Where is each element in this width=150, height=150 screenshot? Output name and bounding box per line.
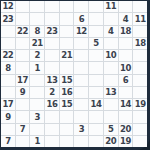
clue-number: 7 <box>20 125 25 134</box>
clue-number: 18 <box>120 27 131 36</box>
clue-number: 16 <box>61 88 72 97</box>
cell-r12c9[interactable]: 19 <box>119 136 133 147</box>
clue-number: 6 <box>79 15 84 24</box>
cell-r10c7[interactable] <box>89 111 103 122</box>
cell-r2c4[interactable] <box>45 13 59 24</box>
cell-r11c10[interactable] <box>133 124 147 135</box>
cell-r8c9[interactable] <box>119 87 133 98</box>
cell-r7c2[interactable]: 17 <box>16 75 30 86</box>
cell-r6c10[interactable] <box>133 62 147 73</box>
cell-r9c10[interactable]: 19 <box>133 99 147 110</box>
clue-number: 10 <box>105 51 116 60</box>
clue-number: 7 <box>5 137 10 146</box>
cell-r6c3[interactable]: 1 <box>30 62 44 73</box>
cell-r2c10[interactable]: 11 <box>133 13 147 24</box>
cell-r5c9[interactable] <box>119 50 133 61</box>
cell-r4c3[interactable]: 21 <box>30 38 44 49</box>
clue-number: 13 <box>105 88 116 97</box>
cell-r4c4[interactable] <box>45 38 59 49</box>
clue-number: 5 <box>108 125 113 134</box>
clue-number: 20 <box>120 125 131 134</box>
cell-r4c9[interactable] <box>119 38 133 49</box>
cell-r6c2[interactable] <box>16 62 30 73</box>
clue-number: 11 <box>135 15 146 24</box>
cell-r6c8[interactable] <box>104 62 118 73</box>
numberlink-board: 1211236411228231241821518222211081101713… <box>1 1 147 147</box>
cell-r9c5[interactable]: 15 <box>60 99 74 110</box>
cell-r7c9[interactable]: 6 <box>119 75 133 86</box>
cell-r4c10[interactable]: 18 <box>133 38 147 49</box>
cell-r5c5[interactable]: 21 <box>60 50 74 61</box>
cell-r12c8[interactable]: 20 <box>104 136 118 147</box>
cell-r1c1[interactable]: 12 <box>1 1 15 12</box>
cell-r2c6[interactable]: 6 <box>74 13 88 24</box>
clue-number: 11 <box>105 2 116 11</box>
cell-r1c3[interactable] <box>30 1 44 12</box>
cell-r6c6[interactable] <box>74 62 88 73</box>
cell-r3c6[interactable]: 12 <box>74 26 88 37</box>
cell-r5c10[interactable] <box>133 50 147 61</box>
clue-number: 8 <box>35 27 40 36</box>
cell-r1c8[interactable]: 11 <box>104 1 118 12</box>
clue-number: 17 <box>17 76 28 85</box>
cell-r6c9[interactable]: 10 <box>119 62 133 73</box>
cell-r3c7[interactable] <box>89 26 103 37</box>
cell-r10c9[interactable] <box>119 111 133 122</box>
cell-r10c4[interactable] <box>45 111 59 122</box>
clue-number: 21 <box>61 51 72 60</box>
cell-r10c2[interactable] <box>16 111 30 122</box>
cell-r4c6[interactable] <box>74 38 88 49</box>
clue-number: 19 <box>120 137 131 146</box>
clue-number: 9 <box>20 88 25 97</box>
clue-number: 1 <box>35 137 40 146</box>
cell-r4c1[interactable] <box>1 38 15 49</box>
clue-number: 3 <box>79 125 84 134</box>
cell-r12c4[interactable] <box>45 136 59 147</box>
cell-r12c3[interactable]: 1 <box>30 136 44 147</box>
clue-number: 15 <box>61 100 72 109</box>
clue-number: 2 <box>35 51 40 60</box>
cell-r8c3[interactable] <box>30 87 44 98</box>
cell-r7c5[interactable]: 15 <box>60 75 74 86</box>
cell-r12c2[interactable] <box>16 136 30 147</box>
cell-r9c7[interactable]: 14 <box>89 99 103 110</box>
clue-number: 17 <box>2 100 13 109</box>
cell-r5c1[interactable]: 22 <box>1 50 15 61</box>
clue-number: 4 <box>123 15 128 24</box>
cell-r7c8[interactable] <box>104 75 118 86</box>
clue-number: 6 <box>123 76 128 85</box>
cell-r3c8[interactable]: 4 <box>104 26 118 37</box>
cell-r9c9[interactable]: 14 <box>119 99 133 110</box>
cell-r3c10[interactable] <box>133 26 147 37</box>
cell-r5c7[interactable] <box>89 50 103 61</box>
cell-r12c7[interactable] <box>89 136 103 147</box>
cell-r11c2[interactable]: 7 <box>16 124 30 135</box>
clue-number: 12 <box>76 27 87 36</box>
cell-r10c1[interactable]: 9 <box>1 111 15 122</box>
cell-r9c3[interactable] <box>30 99 44 110</box>
cell-r10c5[interactable] <box>60 111 74 122</box>
cell-r2c9[interactable]: 4 <box>119 13 133 24</box>
clue-number: 10 <box>120 64 131 73</box>
cell-r6c4[interactable] <box>45 62 59 73</box>
clue-number: 8 <box>5 64 10 73</box>
cell-r3c5[interactable] <box>60 26 74 37</box>
cell-r5c3[interactable]: 2 <box>30 50 44 61</box>
cell-r3c1[interactable] <box>1 26 15 37</box>
clue-number: 14 <box>120 100 131 109</box>
cell-r12c10[interactable] <box>133 136 147 147</box>
cell-r7c6[interactable] <box>74 75 88 86</box>
clue-number: 9 <box>5 113 10 122</box>
cell-r4c8[interactable] <box>104 38 118 49</box>
clue-number: 23 <box>2 15 13 24</box>
clue-number: 12 <box>2 2 13 11</box>
cell-r9c4[interactable]: 16 <box>45 99 59 110</box>
clue-number: 5 <box>93 39 98 48</box>
clue-number: 4 <box>108 27 113 36</box>
cell-r1c10[interactable] <box>133 1 147 12</box>
board-frame: 1211236411228231241821518222211081101713… <box>0 0 150 150</box>
cell-r5c2[interactable] <box>16 50 30 61</box>
clue-number: 14 <box>91 100 102 109</box>
clue-number: 22 <box>2 51 13 60</box>
clue-number: 15 <box>61 76 72 85</box>
cell-r8c10[interactable] <box>133 87 147 98</box>
cell-r11c4[interactable] <box>45 124 59 135</box>
cell-r11c5[interactable] <box>60 124 74 135</box>
cell-r5c8[interactable]: 10 <box>104 50 118 61</box>
clue-number: 20 <box>105 137 116 146</box>
cell-r7c7[interactable] <box>89 75 103 86</box>
cell-r5c6[interactable] <box>74 50 88 61</box>
clue-number: 23 <box>47 27 58 36</box>
cell-r3c3[interactable]: 8 <box>30 26 44 37</box>
cell-r9c8[interactable] <box>104 99 118 110</box>
cell-r11c7[interactable] <box>89 124 103 135</box>
clue-number: 1 <box>35 64 40 73</box>
cell-r1c6[interactable] <box>74 1 88 12</box>
cell-r4c5[interactable] <box>60 38 74 49</box>
cell-r4c2[interactable] <box>16 38 30 49</box>
cell-r2c2[interactable] <box>16 13 30 24</box>
cell-r5c4[interactable] <box>45 50 59 61</box>
cell-r2c5[interactable] <box>60 13 74 24</box>
cell-r3c9[interactable]: 18 <box>119 26 133 37</box>
cell-r1c4[interactable] <box>45 1 59 12</box>
cell-r7c10[interactable] <box>133 75 147 86</box>
cell-r8c7[interactable] <box>89 87 103 98</box>
clue-number: 13 <box>47 76 58 85</box>
cell-r1c7[interactable] <box>89 1 103 12</box>
clue-number: 16 <box>47 100 58 109</box>
cell-r12c1[interactable]: 7 <box>1 136 15 147</box>
cell-r8c8[interactable]: 13 <box>104 87 118 98</box>
clue-number: 18 <box>135 39 146 48</box>
cell-r8c2[interactable]: 9 <box>16 87 30 98</box>
cell-r3c4[interactable]: 23 <box>45 26 59 37</box>
cell-r1c9[interactable] <box>119 1 133 12</box>
cell-r1c5[interactable] <box>60 1 74 12</box>
cell-r7c1[interactable] <box>1 75 15 86</box>
cell-r9c6[interactable] <box>74 99 88 110</box>
cell-r10c6[interactable] <box>74 111 88 122</box>
cell-r6c1[interactable]: 8 <box>1 62 15 73</box>
cell-r10c3[interactable]: 3 <box>30 111 44 122</box>
cell-r10c8[interactable] <box>104 111 118 122</box>
cell-r11c1[interactable] <box>1 124 15 135</box>
cell-r2c1[interactable]: 23 <box>1 13 15 24</box>
cell-r8c5[interactable]: 16 <box>60 87 74 98</box>
cell-r12c5[interactable] <box>60 136 74 147</box>
cell-r8c6[interactable] <box>74 87 88 98</box>
cell-r6c7[interactable] <box>89 62 103 73</box>
cell-r9c1[interactable]: 17 <box>1 99 15 110</box>
cell-r6c5[interactable] <box>60 62 74 73</box>
cell-r2c7[interactable] <box>89 13 103 24</box>
cell-r7c3[interactable] <box>30 75 44 86</box>
cell-r10c10[interactable] <box>133 111 147 122</box>
cell-r2c3[interactable] <box>30 13 44 24</box>
cell-r4c7[interactable]: 5 <box>89 38 103 49</box>
cell-r2c8[interactable] <box>104 13 118 24</box>
cell-r7c4[interactable]: 13 <box>45 75 59 86</box>
cell-r8c4[interactable]: 2 <box>45 87 59 98</box>
clue-number: 2 <box>49 88 54 97</box>
cell-r1c2[interactable] <box>16 1 30 12</box>
cell-r11c3[interactable] <box>30 124 44 135</box>
clue-number: 21 <box>32 39 43 48</box>
clue-number: 22 <box>17 27 28 36</box>
cell-r11c8[interactable]: 5 <box>104 124 118 135</box>
cell-r12c6[interactable] <box>74 136 88 147</box>
clue-number: 3 <box>35 113 40 122</box>
cell-r11c9[interactable]: 20 <box>119 124 133 135</box>
cell-r9c2[interactable] <box>16 99 30 110</box>
cell-r3c2[interactable]: 22 <box>16 26 30 37</box>
clue-number: 19 <box>135 100 146 109</box>
cell-r11c6[interactable]: 3 <box>74 124 88 135</box>
cell-r8c1[interactable] <box>1 87 15 98</box>
